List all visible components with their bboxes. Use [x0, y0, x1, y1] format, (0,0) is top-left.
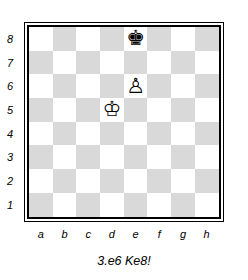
- square-d4[interactable]: [100, 122, 124, 146]
- square-e5[interactable]: [124, 98, 148, 122]
- square-d2[interactable]: [100, 169, 124, 193]
- square-c2[interactable]: [76, 169, 100, 193]
- file-label-a: a: [29, 228, 53, 240]
- rank-labels: 87654321: [2, 27, 18, 217]
- square-b5[interactable]: [53, 98, 77, 122]
- square-d7[interactable]: [100, 51, 124, 75]
- square-e7[interactable]: [124, 51, 148, 75]
- square-e2[interactable]: [124, 169, 148, 193]
- square-c8[interactable]: [76, 27, 100, 51]
- square-c4[interactable]: [76, 122, 100, 146]
- square-b8[interactable]: [53, 27, 77, 51]
- square-f4[interactable]: [147, 122, 171, 146]
- square-d6[interactable]: [100, 74, 124, 98]
- square-e3[interactable]: [124, 145, 148, 169]
- square-g2[interactable]: [171, 169, 195, 193]
- rank-label-3: 3: [2, 145, 18, 169]
- square-f8[interactable]: [147, 27, 171, 51]
- file-label-b: b: [53, 228, 77, 240]
- square-c5[interactable]: [76, 98, 100, 122]
- square-h4[interactable]: [195, 122, 219, 146]
- rank-label-7: 7: [2, 51, 18, 75]
- square-a6[interactable]: [29, 74, 53, 98]
- square-a4[interactable]: [29, 122, 53, 146]
- chess-board: ♚♙♔: [24, 22, 224, 222]
- square-c6[interactable]: [76, 74, 100, 98]
- square-c7[interactable]: [76, 51, 100, 75]
- square-b6[interactable]: [53, 74, 77, 98]
- square-d3[interactable]: [100, 145, 124, 169]
- square-f7[interactable]: [147, 51, 171, 75]
- square-g3[interactable]: [171, 145, 195, 169]
- square-b2[interactable]: [53, 169, 77, 193]
- square-f3[interactable]: [147, 145, 171, 169]
- square-h7[interactable]: [195, 51, 219, 75]
- black-king-piece: ♚: [126, 28, 145, 49]
- square-h5[interactable]: [195, 98, 219, 122]
- file-label-d: d: [100, 228, 124, 240]
- square-h2[interactable]: [195, 169, 219, 193]
- square-a3[interactable]: [29, 145, 53, 169]
- file-label-h: h: [195, 228, 219, 240]
- board-grid: ♚♙♔: [29, 27, 219, 217]
- square-a1[interactable]: [29, 193, 53, 217]
- file-label-c: c: [76, 228, 100, 240]
- file-label-f: f: [147, 228, 171, 240]
- square-g7[interactable]: [171, 51, 195, 75]
- square-e8[interactable]: ♚: [124, 27, 148, 51]
- white-pawn-piece: ♙: [126, 76, 145, 97]
- square-a8[interactable]: [29, 27, 53, 51]
- square-g5[interactable]: [171, 98, 195, 122]
- square-b7[interactable]: [53, 51, 77, 75]
- square-f1[interactable]: [147, 193, 171, 217]
- square-c1[interactable]: [76, 193, 100, 217]
- square-g6[interactable]: [171, 74, 195, 98]
- square-a7[interactable]: [29, 51, 53, 75]
- square-f5[interactable]: [147, 98, 171, 122]
- square-c3[interactable]: [76, 145, 100, 169]
- rank-label-5: 5: [2, 98, 18, 122]
- board-inner-frame: ♚♙♔: [27, 25, 221, 219]
- rank-label-2: 2: [2, 169, 18, 193]
- square-d5[interactable]: ♔: [100, 98, 124, 122]
- square-b4[interactable]: [53, 122, 77, 146]
- chess-diagram-page: 87654321 ♚♙♔ abcdefgh 3.e6 Ke8!: [0, 0, 248, 280]
- move-caption: 3.e6 Ke8!: [0, 254, 248, 268]
- rank-label-8: 8: [2, 27, 18, 51]
- file-label-g: g: [171, 228, 195, 240]
- square-g1[interactable]: [171, 193, 195, 217]
- rank-label-1: 1: [2, 193, 18, 217]
- square-d1[interactable]: [100, 193, 124, 217]
- square-h3[interactable]: [195, 145, 219, 169]
- square-e4[interactable]: [124, 122, 148, 146]
- square-g4[interactable]: [171, 122, 195, 146]
- square-b3[interactable]: [53, 145, 77, 169]
- square-a2[interactable]: [29, 169, 53, 193]
- rank-label-4: 4: [2, 122, 18, 146]
- square-e6[interactable]: ♙: [124, 74, 148, 98]
- square-h1[interactable]: [195, 193, 219, 217]
- square-h6[interactable]: [195, 74, 219, 98]
- square-f2[interactable]: [147, 169, 171, 193]
- square-a5[interactable]: [29, 98, 53, 122]
- square-d8[interactable]: [100, 27, 124, 51]
- file-label-e: e: [124, 228, 148, 240]
- square-e1[interactable]: [124, 193, 148, 217]
- square-f6[interactable]: [147, 74, 171, 98]
- square-b1[interactable]: [53, 193, 77, 217]
- file-labels: abcdefgh: [29, 228, 219, 240]
- rank-label-6: 6: [2, 74, 18, 98]
- square-h8[interactable]: [195, 27, 219, 51]
- square-g8[interactable]: [171, 27, 195, 51]
- white-king-piece: ♔: [102, 99, 121, 120]
